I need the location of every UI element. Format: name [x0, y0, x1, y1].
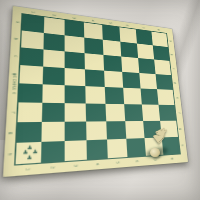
square-e7[interactable] [141, 88, 159, 104]
square-c4[interactable] [85, 53, 105, 70]
coords-top-label-5: 5 [109, 22, 112, 24]
coords-top-label-6: 6 [126, 24, 129, 26]
square-h3[interactable] [65, 140, 87, 161]
square-c5[interactable] [103, 55, 122, 72]
coords-bottom-label-5: 5 [116, 161, 120, 163]
coords-left-label-g: g [9, 131, 14, 133]
square-b4[interactable] [84, 38, 103, 55]
square-b3[interactable] [65, 35, 85, 53]
square-c8[interactable] [154, 60, 171, 76]
maker-emblem: ♟ ♟ ♟ ♟ [17, 142, 43, 164]
coords-right-label-e: e [175, 97, 178, 99]
square-b2[interactable] [44, 33, 65, 51]
square-d4[interactable] [85, 69, 105, 87]
square-c1[interactable] [20, 47, 43, 66]
square-b6[interactable] [120, 42, 138, 58]
pawn-icon: ♟ [27, 156, 33, 159]
coords-top-label-4: 4 [91, 20, 94, 22]
square-e3[interactable] [65, 85, 86, 103]
square-c6[interactable] [121, 57, 139, 74]
square-e2[interactable] [42, 84, 64, 103]
coords-right-label-f: f [177, 112, 180, 113]
square-f6[interactable] [124, 104, 143, 121]
coords-top-label-2: 2 [53, 14, 57, 16]
pawn-icon: ♟ [32, 151, 38, 154]
square-e6[interactable] [123, 88, 142, 105]
square-g3[interactable] [65, 122, 87, 142]
coords-right-label-b: b [170, 53, 173, 55]
square-f4[interactable] [86, 104, 107, 122]
square-g2[interactable] [41, 122, 64, 142]
square-b1[interactable] [21, 30, 44, 49]
coords-bottom-label-3: 3 [74, 164, 78, 167]
square-d1[interactable] [19, 65, 43, 84]
square-g6[interactable] [125, 121, 144, 139]
coords-bottom-label-6: 6 [135, 160, 139, 162]
coords-right-label-c: c [172, 67, 175, 69]
square-g4[interactable] [86, 121, 107, 140]
square-d8[interactable] [156, 74, 173, 90]
coords-bottom-label-4: 4 [96, 163, 100, 166]
coords-top-label-3: 3 [73, 17, 77, 19]
square-f5[interactable] [105, 104, 125, 121]
square-e5[interactable] [105, 87, 124, 104]
square-d3[interactable] [65, 68, 86, 86]
square-h2[interactable] [41, 141, 65, 163]
coords-left-label-b: b [14, 37, 18, 39]
coords-top-label-7: 7 [142, 27, 145, 29]
square-c2[interactable] [43, 49, 65, 68]
square-b8[interactable] [153, 45, 170, 61]
square-e4[interactable] [85, 86, 105, 104]
coords-left-label-h: h [8, 152, 13, 155]
square-d7[interactable] [139, 73, 157, 89]
square-d6[interactable] [122, 72, 140, 89]
square-d5[interactable] [104, 71, 123, 88]
square-e8[interactable] [157, 89, 174, 105]
square-g1[interactable] [17, 122, 42, 143]
photo-scene: 12345678 12345678 abcdefgh abcdefgh US C… [0, 0, 200, 200]
square-e1[interactable] [18, 83, 42, 102]
square-f3[interactable] [65, 103, 86, 122]
coords-right-label-d: d [174, 82, 177, 84]
coords-top-label-8: 8 [157, 29, 160, 31]
coords-right-label-a: a [169, 40, 172, 42]
square-d2[interactable] [43, 67, 65, 86]
coords-top-label-1: 1 [32, 11, 36, 13]
square-f1[interactable] [18, 102, 43, 122]
coords-bottom-label-2: 2 [51, 166, 55, 169]
square-f8[interactable] [159, 105, 177, 121]
square-b7[interactable] [137, 44, 154, 60]
piece-base-disc [150, 148, 160, 157]
square-c7[interactable] [138, 58, 155, 74]
square-h6[interactable] [126, 138, 146, 157]
square-g5[interactable] [106, 121, 126, 139]
square-f7[interactable] [142, 104, 160, 121]
fallen-white-knight[interactable]: ♞ [147, 130, 183, 168]
coords-left-label-a: a [15, 20, 19, 22]
coords-bottom-label-1: 1 [26, 168, 31, 171]
square-h5[interactable] [107, 139, 127, 159]
square-f2[interactable] [42, 103, 65, 122]
square-h4[interactable] [87, 139, 108, 159]
square-b5[interactable] [103, 40, 121, 57]
square-c3[interactable] [65, 51, 85, 69]
